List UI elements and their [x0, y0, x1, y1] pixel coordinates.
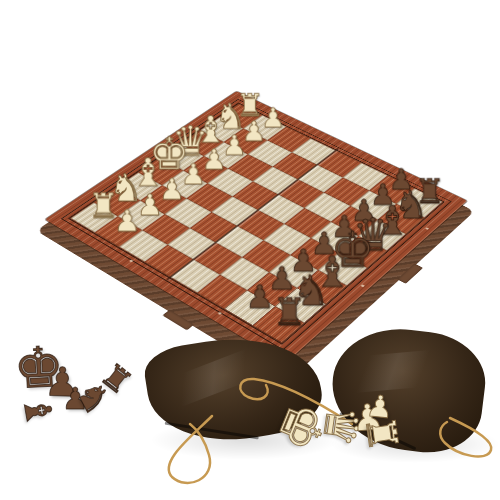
- spilled-pieces-layer: ♚♟♟♝♞♜♚♛♟♟♜: [0, 0, 500, 500]
- chess-set-product-photo: ♜♞♝♚♛♝♞♜♟♟♟♟♟♟♟♟♟♟♟♟♟♟♟♟♜♞♝♚♛♝♞♜ ♚♟♟♝♞♜♚…: [0, 0, 500, 500]
- spilled-white-rook: ♜: [360, 413, 405, 454]
- spilled-black-bishop: ♝: [17, 392, 58, 430]
